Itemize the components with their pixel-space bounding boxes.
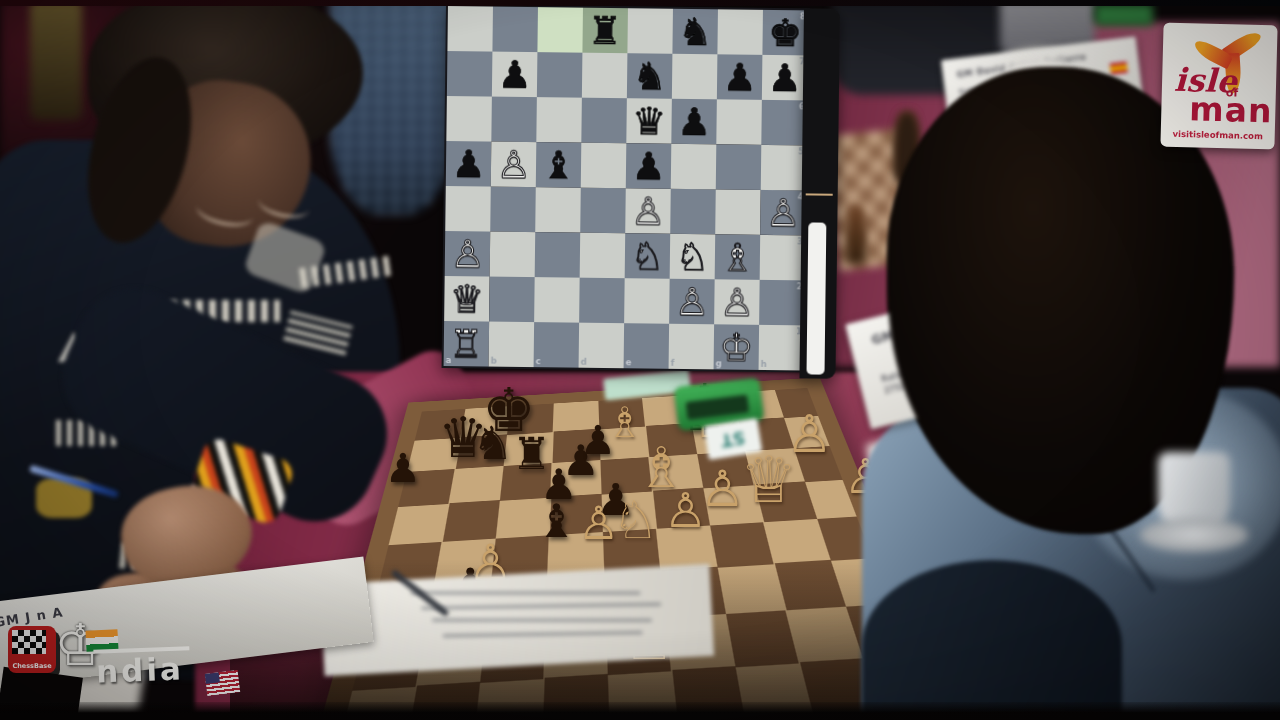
broadcast-video-frame: GM David Anton Guijarro Rating 2652 ♞ ♟♛…: [0, 0, 1280, 720]
square-c1: c: [534, 322, 580, 368]
square-f2: ♙: [669, 279, 715, 325]
square-a7: [447, 51, 493, 97]
black-piece-e7: ♞: [627, 53, 673, 99]
square-c2: [534, 277, 580, 323]
black-piece-f6: ♟: [671, 99, 717, 145]
square-g3: ♗: [715, 234, 761, 280]
square-g7: ♟: [717, 54, 763, 100]
right-player-arm: [862, 560, 1122, 720]
photo-piece: ♟: [385, 448, 421, 488]
black-piece-c5: ♝: [536, 142, 582, 188]
file-label-a: a: [446, 355, 452, 365]
square-h6: 6: [761, 100, 807, 146]
square-b7: ♟: [492, 52, 538, 98]
square-a6: [446, 96, 492, 142]
black-piece-b7: ♟: [492, 52, 538, 98]
white-piece-b5: ♙: [491, 142, 537, 188]
square-d5: [581, 143, 627, 189]
square-f4: [670, 189, 716, 235]
square-d6: [581, 98, 627, 144]
square-c3: [535, 232, 581, 278]
square-b8: [492, 7, 538, 53]
square-b5: ♙: [491, 142, 537, 188]
black-piece-d8: ♜: [582, 8, 628, 54]
neighbor-piece: [846, 206, 866, 264]
square-b6: [491, 97, 537, 143]
square-d1: d: [579, 323, 625, 369]
letterbox-bottom: [0, 702, 1280, 720]
letterbox-top: [0, 0, 1280, 6]
square-c8: [537, 7, 583, 53]
india-banner-text: ndia: [93, 646, 190, 689]
square-e8: [627, 8, 673, 54]
square-b2: [489, 277, 535, 323]
square-b4: [490, 187, 536, 233]
black-piece-a5: ♟: [446, 141, 492, 187]
square-a3: ♙: [445, 231, 491, 277]
saucer: [1140, 518, 1248, 552]
square-e7: ♞: [627, 53, 673, 99]
square-a5: ♟: [446, 141, 492, 187]
white-piece-e4: ♙: [625, 188, 671, 234]
evaluation-bar-midline: [806, 193, 833, 195]
background-chair: [30, 0, 82, 120]
square-f6: ♟: [671, 99, 717, 145]
file-label-e: e: [626, 357, 632, 367]
black-piece-e5: ♟: [626, 143, 672, 189]
square-d4: [580, 188, 626, 234]
square-h5: 5: [761, 145, 807, 191]
isle-of-man-logo: isle of man visitisleofman.com: [1160, 23, 1277, 150]
square-e3: ♘: [625, 233, 671, 279]
background-clock-green: [1095, 4, 1153, 26]
square-c4: [535, 187, 581, 233]
white-piece-a3: ♙: [445, 231, 491, 277]
chessbase-label: ChessBase: [8, 662, 56, 670]
white-piece-f2: ♙: [669, 279, 715, 325]
white-piece-g2: ♙: [714, 279, 760, 325]
spain-flag-icon: [1110, 62, 1128, 75]
square-h8: ♚8: [762, 10, 808, 56]
square-g8: [717, 9, 763, 55]
digital-board-overlay: ♜♞♚8♟♞♟♟7♛♟6♟♙♝♟5♙♙4♙♘♘♗3♕♙♙2♖abcdef♔gh1: [441, 4, 841, 379]
square-f8: ♞: [672, 9, 718, 55]
chessbase-logo: ChessBase: [8, 626, 56, 673]
square-e2: [624, 278, 670, 324]
black-piece-e6: ♛: [626, 98, 672, 144]
square-h2: 2: [759, 280, 805, 326]
square-b1: b: [489, 322, 535, 368]
square-c7: [537, 52, 583, 98]
black-piece-g7: ♟: [717, 54, 763, 100]
square-g2: ♙: [714, 279, 760, 325]
evaluation-bar-white: [807, 222, 827, 374]
square-d3: [580, 233, 626, 279]
usa-flag-icon: [205, 670, 240, 696]
square-a8: [447, 6, 493, 52]
square-g1: ♔g: [714, 324, 760, 370]
square-c5: ♝: [536, 142, 582, 188]
square-e1: e: [624, 323, 670, 369]
square-a1: ♖a: [444, 321, 490, 367]
chessbase-checker-icon: [12, 630, 46, 654]
evaluation-bar: [799, 8, 840, 378]
black-piece-f8: ♞: [672, 9, 718, 55]
file-label-h: h: [761, 359, 767, 369]
white-piece-e3: ♘: [625, 233, 671, 279]
square-h3: 3: [760, 235, 806, 281]
square-g6: [716, 99, 762, 145]
square-e4: ♙: [625, 188, 671, 234]
square-h4: ♙4: [760, 190, 806, 236]
file-label-d: d: [581, 357, 587, 367]
clock-display: [686, 395, 750, 420]
square-h1: h1: [759, 325, 805, 371]
white-piece-f3: ♘: [670, 234, 716, 280]
iom-word-man: man: [1189, 89, 1273, 130]
file-label-f: f: [671, 358, 675, 368]
square-c6: [536, 97, 582, 143]
photo-piece: ♙: [786, 408, 833, 460]
photo-piece: ♙: [700, 464, 745, 514]
photo-piece: ♝: [536, 498, 577, 544]
photo-piece: ♚: [482, 380, 536, 440]
square-h7: ♟7: [762, 55, 808, 101]
white-piece-a2: ♕: [444, 276, 490, 322]
square-f1: f: [669, 324, 715, 370]
square-a4: [445, 186, 491, 232]
square-f3: ♘: [670, 234, 716, 280]
square-g4: [715, 189, 761, 235]
square-e6: ♛: [626, 98, 672, 144]
square-g5: [716, 144, 762, 190]
file-label-b: b: [491, 356, 497, 366]
file-label-g: g: [716, 358, 722, 368]
file-label-c: c: [536, 356, 541, 366]
square-d7: [582, 53, 628, 99]
square-f5: [671, 144, 717, 190]
square-a2: ♕: [444, 276, 490, 322]
square-f7: [672, 54, 718, 100]
photo-piece: ♘: [612, 494, 659, 546]
white-piece-g3: ♗: [715, 234, 761, 280]
square-e5: ♟: [626, 143, 672, 189]
square-b3: [490, 232, 536, 278]
iom-url: visitisleofman.com: [1161, 128, 1275, 141]
square-d8: ♜: [582, 8, 628, 54]
square-d2: [579, 278, 625, 324]
diagram-board: ♜♞♚8♟♞♟♟7♛♟6♟♙♝♟5♙♙4♙♘♘♗3♕♙♙2♖abcdef♔gh1: [442, 4, 810, 372]
